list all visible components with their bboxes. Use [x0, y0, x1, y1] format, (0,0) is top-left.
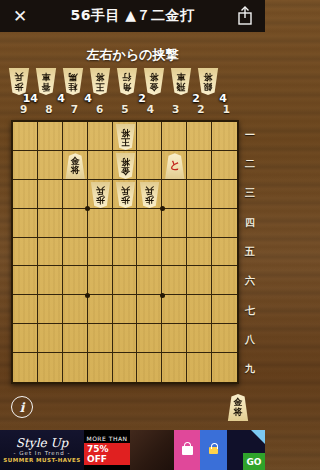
board-cell: [212, 180, 237, 209]
piece-count: 4: [57, 92, 65, 105]
board-cell: [162, 122, 187, 151]
board-cell: [212, 122, 237, 151]
board-cell: [113, 238, 138, 267]
piece-char: 角: [123, 82, 132, 92]
board-cell: [88, 324, 113, 353]
shogi-piece: 金将: [143, 68, 165, 95]
board-cell: [162, 324, 187, 353]
piece-char: 香: [42, 82, 51, 92]
nav-bar: ✕ 56手目 ▲７二金打: [0, 0, 265, 32]
piece-char: 飛: [177, 82, 186, 92]
piece-char: 将: [71, 166, 80, 176]
board-cell: [162, 238, 187, 267]
piece-char: 王: [96, 82, 105, 92]
board-cell: [137, 209, 162, 238]
hand-slot: 歩兵14: [8, 68, 35, 96]
rank-label: 五: [241, 237, 259, 266]
piece-count: 14: [23, 92, 38, 105]
board-cell: [137, 151, 162, 180]
problem-title: 左右からの挟撃: [0, 46, 265, 64]
board-cell: [13, 324, 38, 353]
board-cell: [38, 295, 63, 324]
shogi-piece: 銀将: [197, 68, 219, 95]
ad-brand-name: Style Up: [16, 437, 68, 449]
file-label: 1: [214, 103, 239, 119]
board-cell: [137, 238, 162, 267]
board-cell: [187, 238, 212, 267]
file-label: 6: [87, 103, 112, 119]
board-cell: [137, 266, 162, 295]
file-label: 5: [112, 103, 137, 119]
hand-slot: 金将: [227, 394, 254, 422]
board-cell: [38, 238, 63, 267]
board-cell: [38, 209, 63, 238]
ad-subline: SUMMER MUST-HAVES: [3, 457, 80, 463]
board-cell: [113, 324, 138, 353]
board-cell: [212, 238, 237, 267]
rank-label: 七: [241, 296, 259, 325]
board-cell: [88, 238, 113, 267]
shogi-piece: 歩兵: [8, 68, 30, 95]
piece-char: 兵: [15, 72, 24, 82]
ad-tagline: - Get In Trend -: [14, 450, 71, 456]
board-cell: [113, 266, 138, 295]
board-cell: [137, 353, 162, 382]
board-cell: [88, 151, 113, 180]
board-cell: [187, 151, 212, 180]
piece-char: 金: [150, 82, 159, 92]
ad-brand-panel[interactable]: Style Up - Get In Trend - SUMMER MUST-HA…: [0, 430, 84, 470]
piece-char: 歩: [145, 195, 154, 205]
file-label: 2: [188, 103, 213, 119]
close-icon[interactable]: ✕: [0, 0, 40, 32]
shogi-board: 王将金将金将と歩兵歩兵歩兵: [11, 120, 239, 384]
shogi-piece: 飛車: [170, 68, 192, 95]
board-cell: [13, 209, 38, 238]
board-cell: [63, 209, 88, 238]
piece-char: 馬: [69, 72, 78, 82]
shogi-piece: 角行: [116, 68, 138, 95]
rank-label: 二: [241, 149, 259, 178]
board-cell: [162, 180, 187, 209]
board-cell: [63, 238, 88, 267]
board-cell: [212, 151, 237, 180]
board-cell: [113, 295, 138, 324]
board-cell: [187, 295, 212, 324]
piece-char: 将: [234, 408, 243, 418]
board-cell: [212, 295, 237, 324]
board-cell: [187, 353, 212, 382]
board-cell: [13, 266, 38, 295]
board-cell: [137, 324, 162, 353]
piece-char: 将: [121, 128, 130, 138]
hand-slot: 銀将4: [197, 68, 224, 96]
piece-char: と: [169, 160, 180, 172]
piece-count: 2: [138, 92, 146, 105]
file-labels: 987654321: [11, 103, 239, 119]
ad-tile-blue[interactable]: [200, 430, 227, 470]
piece-char: 兵: [96, 186, 105, 196]
board-cell: [88, 209, 113, 238]
hand-slot: 金将: [143, 68, 170, 96]
rank-label: 四: [241, 208, 259, 237]
piece-char: 将: [204, 72, 213, 82]
board-cell: [63, 266, 88, 295]
board-cell: [38, 151, 63, 180]
rank-label: 八: [241, 325, 259, 354]
ad-promo-main: 75% OFF: [84, 443, 130, 465]
star-point: [160, 293, 165, 298]
piece-count: 2: [192, 92, 200, 105]
file-label: 3: [163, 103, 188, 119]
board-cell: [63, 324, 88, 353]
rank-label: 六: [241, 267, 259, 296]
piece-char: 王: [121, 137, 130, 147]
board-cell: [13, 151, 38, 180]
board-cell: [38, 324, 63, 353]
piece-char: 桂: [69, 82, 78, 92]
piece-char: 車: [42, 72, 51, 82]
hand-slot: 角行2: [116, 68, 143, 96]
board-cell: [38, 266, 63, 295]
board-cell: [63, 180, 88, 209]
board-cell: [187, 122, 212, 151]
board-cell: [162, 353, 187, 382]
board-cell: [63, 122, 88, 151]
board-cell: [88, 266, 113, 295]
piece-char: 兵: [121, 186, 130, 196]
board-cell: [162, 295, 187, 324]
board-cell: [38, 122, 63, 151]
ad-tile-pink[interactable]: [174, 430, 200, 470]
file-label: 7: [62, 103, 87, 119]
share-icon: [237, 6, 253, 26]
star-point: [160, 206, 165, 211]
board-cell: [212, 324, 237, 353]
piece-char: 歩: [15, 82, 24, 92]
board-cell: [13, 295, 38, 324]
board-cell: [38, 353, 63, 382]
board-cell: [38, 180, 63, 209]
board-cell: [88, 122, 113, 151]
shogi-piece: 香車: [35, 68, 57, 95]
shopping-bag-icon: [209, 447, 218, 454]
file-label: 4: [138, 103, 163, 119]
board-cell: [187, 180, 212, 209]
board-cell: [212, 353, 237, 382]
ad-go-button[interactable]: GO: [243, 453, 265, 470]
rank-label: 一: [241, 120, 259, 149]
board-cell: [13, 122, 38, 151]
board-cell: [162, 209, 187, 238]
shogi-piece: 王将: [89, 68, 111, 95]
board-cell: [88, 353, 113, 382]
hand-slot: 香車4: [35, 68, 62, 96]
board-cell: [187, 324, 212, 353]
rank-label: 三: [241, 179, 259, 208]
piece-char: 車: [177, 72, 186, 82]
file-label: 8: [36, 103, 61, 119]
board-cell: [187, 209, 212, 238]
rank-labels: 一二三四五六七八九: [241, 120, 259, 384]
ad-product-photo[interactable]: [130, 430, 174, 470]
gote-hand-tray: 歩兵14香車4桂馬4王将角行2金将飛車2銀将4: [8, 68, 224, 96]
piece-char: 兵: [145, 186, 154, 196]
piece-char: 将: [121, 157, 130, 167]
rank-label: 九: [241, 355, 259, 384]
board-cell: [137, 295, 162, 324]
star-point: [85, 293, 90, 298]
ad-promo-panel[interactable]: MORE THAN 75% OFF: [84, 430, 130, 470]
file-label: 9: [11, 103, 36, 119]
ad-banner[interactable]: Style Up - Get In Trend - SUMMER MUST-HA…: [0, 430, 265, 470]
ad-promo-top: MORE THAN: [86, 435, 127, 442]
piece-char: 金: [121, 166, 130, 176]
shogi-piece: 桂馬: [62, 68, 84, 95]
shopping-bag-icon: [182, 446, 193, 455]
piece-count: 4: [219, 92, 227, 105]
piece-char: 将: [96, 72, 105, 82]
piece-count: 4: [84, 92, 92, 105]
ad-right-panel: GO: [227, 430, 265, 470]
board-cell: [137, 122, 162, 151]
board-cell: [162, 266, 187, 295]
board-cell: [113, 209, 138, 238]
board-cell: [63, 295, 88, 324]
piece-char: 将: [150, 72, 159, 82]
info-button[interactable]: i: [11, 396, 33, 418]
hand-slot: 飛車2: [170, 68, 197, 96]
board-cell: [13, 180, 38, 209]
board-cell: [212, 266, 237, 295]
hand-slot: 桂馬4: [62, 68, 89, 96]
board-cell: [88, 295, 113, 324]
share-button[interactable]: [225, 6, 265, 26]
board-cell: [63, 353, 88, 382]
board-cell: [212, 209, 237, 238]
board-cell: [113, 353, 138, 382]
piece-char: 歩: [121, 195, 130, 205]
shogi-piece: 金将: [227, 394, 249, 421]
piece-char: 行: [123, 72, 132, 82]
piece-char: 銀: [204, 82, 213, 92]
adchoices-icon[interactable]: [251, 430, 265, 444]
hand-slot: 王将: [89, 68, 116, 96]
piece-char: 歩: [96, 195, 105, 205]
sente-hand-tray: 金将: [227, 394, 254, 422]
board-cell: [187, 266, 212, 295]
board-cell: [13, 238, 38, 267]
move-title: 56手目 ▲７二金打: [40, 7, 225, 25]
board-cell: [13, 353, 38, 382]
